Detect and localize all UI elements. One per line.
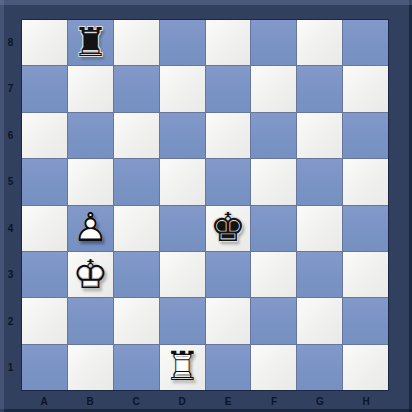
black-king-glyph: ♚ — [206, 206, 251, 251]
rank-label-4: 4 — [0, 205, 21, 252]
square-f8[interactable] — [251, 20, 296, 65]
square-d3[interactable] — [160, 252, 205, 297]
square-e5[interactable] — [206, 159, 251, 204]
square-c5[interactable] — [114, 159, 159, 204]
rank-label-8: 8 — [0, 19, 21, 66]
square-a8[interactable] — [22, 20, 67, 65]
rank-label-6: 6 — [0, 112, 21, 159]
square-g7[interactable] — [297, 66, 342, 111]
rank-label-2: 2 — [0, 298, 21, 345]
square-g2[interactable] — [297, 298, 342, 343]
square-f5[interactable] — [251, 159, 296, 204]
square-d5[interactable] — [160, 159, 205, 204]
square-f1[interactable] — [251, 345, 296, 390]
file-label-b: B — [67, 391, 113, 412]
square-a4[interactable] — [22, 206, 67, 251]
square-f6[interactable] — [251, 113, 296, 158]
square-h7[interactable] — [343, 66, 388, 111]
square-h4[interactable] — [343, 206, 388, 251]
square-e7[interactable] — [206, 66, 251, 111]
file-label-f: F — [251, 391, 297, 412]
square-d8[interactable] — [160, 20, 205, 65]
square-b7[interactable] — [68, 66, 113, 111]
piece-white-rook-d1[interactable]: ♜♖ — [160, 345, 205, 390]
square-h2[interactable] — [343, 298, 388, 343]
square-g3[interactable] — [297, 252, 342, 297]
square-b8[interactable]: ♜ — [68, 20, 113, 65]
square-d7[interactable] — [160, 66, 205, 111]
chess-board: ♜♟♙♚♚♔♜♖ — [21, 19, 389, 391]
file-label-g: G — [297, 391, 343, 412]
square-b2[interactable] — [68, 298, 113, 343]
white-pawn-outline-glyph: ♙ — [68, 206, 113, 251]
square-h3[interactable] — [343, 252, 388, 297]
file-label-c: C — [113, 391, 159, 412]
rank-label-7: 7 — [0, 66, 21, 113]
chess-diagram-frame: ♜♟♙♚♚♔♜♖ 87654321 ABCDEFGH — [0, 0, 412, 412]
piece-white-pawn-b4[interactable]: ♟♙ — [68, 206, 113, 251]
square-e8[interactable] — [206, 20, 251, 65]
square-e2[interactable] — [206, 298, 251, 343]
piece-white-king-b3[interactable]: ♚♔ — [68, 252, 113, 297]
white-king-outline-glyph: ♔ — [68, 252, 113, 297]
piece-black-rook-b8[interactable]: ♜ — [68, 20, 113, 65]
square-f3[interactable] — [251, 252, 296, 297]
rank-label-5: 5 — [0, 159, 21, 206]
square-a2[interactable] — [22, 298, 67, 343]
square-e1[interactable] — [206, 345, 251, 390]
square-e4[interactable]: ♚ — [206, 206, 251, 251]
square-c1[interactable] — [114, 345, 159, 390]
square-e3[interactable] — [206, 252, 251, 297]
square-h1[interactable] — [343, 345, 388, 390]
square-e6[interactable] — [206, 113, 251, 158]
square-g1[interactable] — [297, 345, 342, 390]
square-h6[interactable] — [343, 113, 388, 158]
square-g5[interactable] — [297, 159, 342, 204]
square-f2[interactable] — [251, 298, 296, 343]
square-b6[interactable] — [68, 113, 113, 158]
square-f4[interactable] — [251, 206, 296, 251]
square-c8[interactable] — [114, 20, 159, 65]
square-d6[interactable] — [160, 113, 205, 158]
rank-label-1: 1 — [0, 345, 21, 392]
square-g8[interactable] — [297, 20, 342, 65]
square-a6[interactable] — [22, 113, 67, 158]
square-a7[interactable] — [22, 66, 67, 111]
square-c7[interactable] — [114, 66, 159, 111]
black-rook-glyph: ♜ — [68, 20, 113, 65]
rank-label-3: 3 — [0, 252, 21, 299]
square-g4[interactable] — [297, 206, 342, 251]
file-label-a: A — [21, 391, 67, 412]
piece-black-king-e4[interactable]: ♚ — [206, 206, 251, 251]
file-label-h: H — [343, 391, 389, 412]
square-c3[interactable] — [114, 252, 159, 297]
file-label-d: D — [159, 391, 205, 412]
square-d1[interactable]: ♜♖ — [160, 345, 205, 390]
white-rook-outline-glyph: ♖ — [160, 345, 205, 390]
square-a1[interactable] — [22, 345, 67, 390]
square-b3[interactable]: ♚♔ — [68, 252, 113, 297]
square-a3[interactable] — [22, 252, 67, 297]
square-b5[interactable] — [68, 159, 113, 204]
file-label-e: E — [205, 391, 251, 412]
square-b1[interactable] — [68, 345, 113, 390]
square-b4[interactable]: ♟♙ — [68, 206, 113, 251]
square-d2[interactable] — [160, 298, 205, 343]
square-c4[interactable] — [114, 206, 159, 251]
square-a5[interactable] — [22, 159, 67, 204]
square-d4[interactable] — [160, 206, 205, 251]
square-h8[interactable] — [343, 20, 388, 65]
file-labels: ABCDEFGH — [21, 391, 389, 412]
square-h5[interactable] — [343, 159, 388, 204]
rank-labels: 87654321 — [0, 19, 21, 391]
square-c6[interactable] — [114, 113, 159, 158]
square-f7[interactable] — [251, 66, 296, 111]
square-g6[interactable] — [297, 113, 342, 158]
square-c2[interactable] — [114, 298, 159, 343]
